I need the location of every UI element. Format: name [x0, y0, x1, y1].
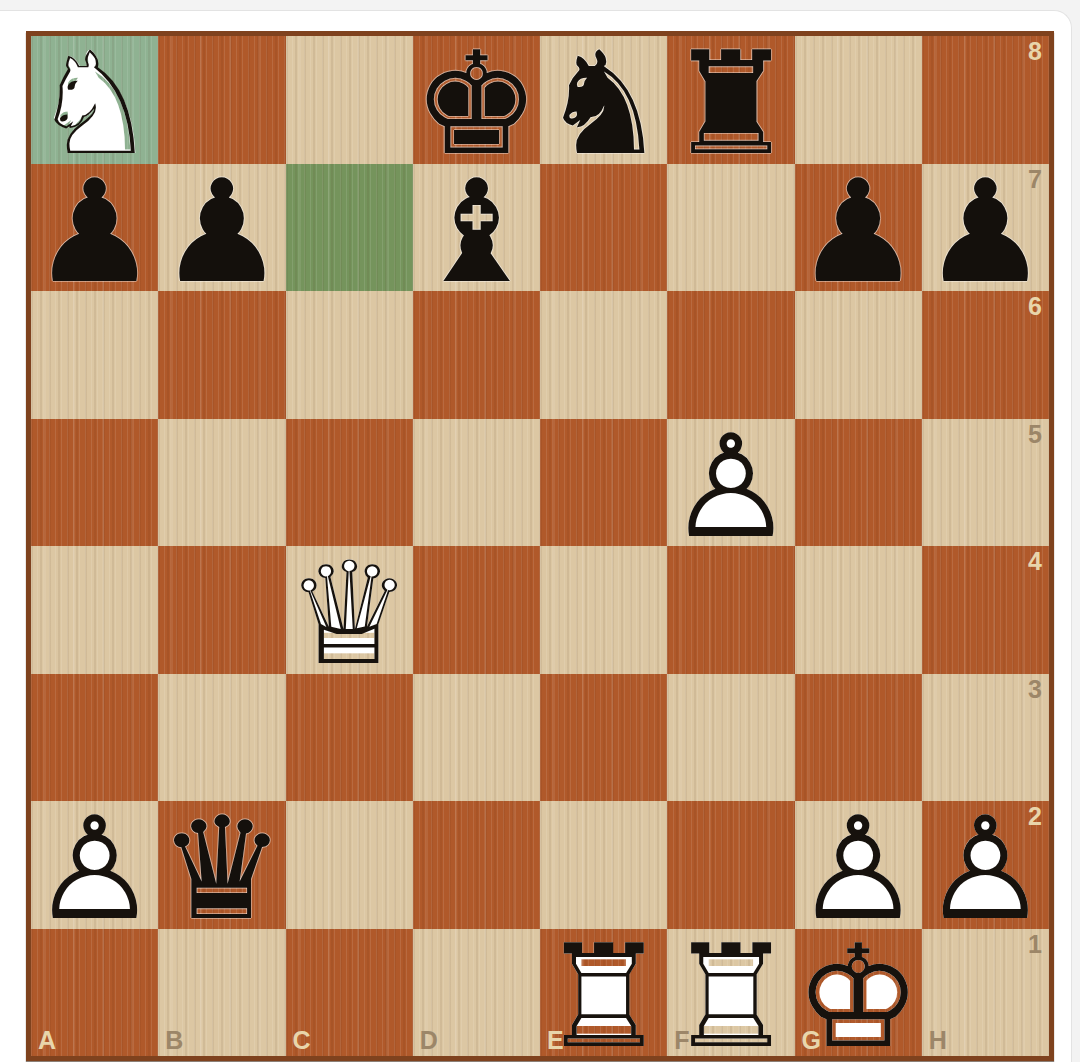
square-f1[interactable]: ♜♖F — [667, 929, 794, 1057]
square-h5[interactable]: 5 — [922, 419, 1049, 547]
piece-white-rook-e1[interactable]: ♜♖ — [540, 929, 667, 1057]
square-f5[interactable]: ♟♙ — [667, 419, 794, 547]
square-d3[interactable] — [413, 674, 540, 802]
rank-label-4: 4 — [1028, 547, 1042, 576]
square-b5[interactable] — [158, 419, 285, 547]
piece-black-pawn-g7[interactable]: ♟ — [795, 164, 922, 292]
square-e5[interactable] — [540, 419, 667, 547]
square-e8[interactable]: ♞ — [540, 36, 667, 164]
square-g4[interactable] — [795, 546, 922, 674]
piece-black-queen-b2[interactable]: ♛ — [158, 801, 285, 929]
square-b7[interactable]: ♟ — [158, 164, 285, 292]
piece-black-knight-e8[interactable]: ♞ — [540, 36, 667, 164]
piece-black-bishop-d7[interactable]: ♝ — [413, 164, 540, 292]
piece-white-pawn-h2[interactable]: ♟♙ — [922, 801, 1049, 929]
file-label-c: C — [293, 1026, 311, 1055]
square-h3[interactable]: 3 — [922, 674, 1049, 802]
square-e2[interactable] — [540, 801, 667, 929]
square-b2[interactable]: ♛ — [158, 801, 285, 929]
piece-black-rook-f8[interactable]: ♜ — [667, 36, 794, 164]
square-f2[interactable] — [667, 801, 794, 929]
square-d8[interactable]: ♚ — [413, 36, 540, 164]
file-label-a: A — [38, 1026, 56, 1055]
square-e6[interactable] — [540, 291, 667, 419]
piece-white-king-g1[interactable]: ♚♔ — [795, 929, 922, 1057]
square-c8[interactable] — [286, 36, 413, 164]
square-f6[interactable] — [667, 291, 794, 419]
square-a4[interactable] — [31, 546, 158, 674]
piece-black-pawn-a7[interactable]: ♟ — [31, 164, 158, 292]
square-g1[interactable]: ♚♔G — [795, 929, 922, 1057]
file-label-h: H — [929, 1026, 947, 1055]
square-c2[interactable] — [286, 801, 413, 929]
square-e4[interactable] — [540, 546, 667, 674]
square-b4[interactable] — [158, 546, 285, 674]
square-b3[interactable] — [158, 674, 285, 802]
piece-white-knight-a8[interactable]: ♞♘ — [31, 36, 158, 164]
square-d4[interactable] — [413, 546, 540, 674]
piece-black-pawn-h7[interactable]: ♟ — [922, 164, 1049, 292]
square-g2[interactable]: ♟♙ — [795, 801, 922, 929]
rank-label-8: 8 — [1028, 37, 1042, 66]
square-f8[interactable]: ♜ — [667, 36, 794, 164]
piece-white-pawn-g2[interactable]: ♟♙ — [795, 801, 922, 929]
square-c6[interactable] — [286, 291, 413, 419]
square-h2[interactable]: ♟♙2 — [922, 801, 1049, 929]
square-g7[interactable]: ♟ — [795, 164, 922, 292]
file-label-b: B — [165, 1026, 183, 1055]
square-e1[interactable]: ♜♖E — [540, 929, 667, 1057]
rank-label-5: 5 — [1028, 420, 1042, 449]
piece-white-pawn-a2[interactable]: ♟♙ — [31, 801, 158, 929]
square-d5[interactable] — [413, 419, 540, 547]
square-h4[interactable]: 4 — [922, 546, 1049, 674]
piece-white-rook-f1[interactable]: ♜♖ — [667, 929, 794, 1057]
square-a5[interactable] — [31, 419, 158, 547]
square-c1[interactable]: C — [286, 929, 413, 1057]
page: ♞♘♚♞♜8♟♟♝♟♟76♟♙5♛♕43♟♙♛♟♙♟♙2ABCD♜♖E♜♖F♚♔… — [0, 0, 1080, 1062]
piece-black-pawn-b7[interactable]: ♟ — [158, 164, 285, 292]
file-label-d: D — [420, 1026, 438, 1055]
piece-white-queen-c4[interactable]: ♛♕ — [286, 546, 413, 674]
square-g8[interactable] — [795, 36, 922, 164]
square-c7[interactable] — [286, 164, 413, 292]
square-c4[interactable]: ♛♕ — [286, 546, 413, 674]
chess-board: ♞♘♚♞♜8♟♟♝♟♟76♟♙5♛♕43♟♙♛♟♙♟♙2ABCD♜♖E♜♖F♚♔… — [26, 31, 1054, 1061]
square-h7[interactable]: ♟7 — [922, 164, 1049, 292]
square-c5[interactable] — [286, 419, 413, 547]
square-g5[interactable] — [795, 419, 922, 547]
square-f3[interactable] — [667, 674, 794, 802]
piece-white-pawn-f5[interactable]: ♟♙ — [667, 419, 794, 547]
square-d2[interactable] — [413, 801, 540, 929]
square-d1[interactable]: D — [413, 929, 540, 1057]
chess-board-grid: ♞♘♚♞♜8♟♟♝♟♟76♟♙5♛♕43♟♙♛♟♙♟♙2ABCD♜♖E♜♖F♚♔… — [31, 36, 1049, 1056]
square-a7[interactable]: ♟ — [31, 164, 158, 292]
rank-label-3: 3 — [1028, 675, 1042, 704]
square-e3[interactable] — [540, 674, 667, 802]
square-b8[interactable] — [158, 36, 285, 164]
square-g3[interactable] — [795, 674, 922, 802]
square-a2[interactable]: ♟♙ — [31, 801, 158, 929]
square-h8[interactable]: 8 — [922, 36, 1049, 164]
square-a3[interactable] — [31, 674, 158, 802]
square-a8[interactable]: ♞♘ — [31, 36, 158, 164]
piece-black-king-d8[interactable]: ♚ — [413, 36, 540, 164]
square-d7[interactable]: ♝ — [413, 164, 540, 292]
